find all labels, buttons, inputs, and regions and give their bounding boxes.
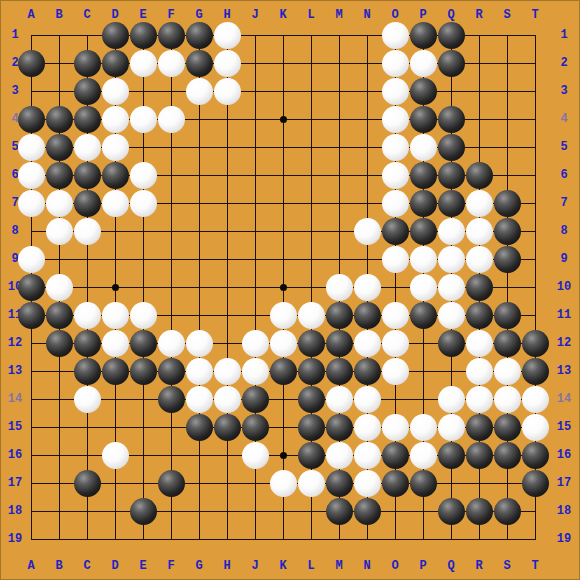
stone-white-L11 xyxy=(298,302,325,329)
stone-white-O4 xyxy=(382,106,409,133)
stone-white-F12 xyxy=(158,330,185,357)
stone-black-F17 xyxy=(158,470,185,497)
stone-black-C17 xyxy=(74,470,101,497)
stone-black-R18 xyxy=(466,498,493,525)
stone-white-H14 xyxy=(214,386,241,413)
stone-white-E4 xyxy=(130,106,157,133)
col-label-bottom-N: N xyxy=(356,559,378,573)
stone-white-R8 xyxy=(466,218,493,245)
stone-black-E12 xyxy=(130,330,157,357)
stone-black-P7 xyxy=(410,190,437,217)
stone-black-O8 xyxy=(382,218,409,245)
stone-black-D6 xyxy=(102,162,129,189)
col-label-bottom-S: S xyxy=(496,559,518,573)
stone-black-D2 xyxy=(102,50,129,77)
stone-black-S15 xyxy=(494,414,521,441)
stone-black-S11 xyxy=(494,302,521,329)
stone-black-Q18 xyxy=(438,498,465,525)
stone-white-A7 xyxy=(18,190,45,217)
col-label-bottom-A: A xyxy=(20,559,42,573)
col-label-top-Q: Q xyxy=(440,8,462,22)
star-point-K16 xyxy=(280,452,287,459)
stone-black-J15 xyxy=(242,414,269,441)
stone-white-O7 xyxy=(382,190,409,217)
stone-black-R15 xyxy=(466,414,493,441)
stone-black-P11 xyxy=(410,302,437,329)
stone-black-D13 xyxy=(102,358,129,385)
stone-white-O13 xyxy=(382,358,409,385)
row-label-right-2: 2 xyxy=(553,56,575,70)
stone-black-L15 xyxy=(298,414,325,441)
row-label-right-11: 11 xyxy=(553,308,575,322)
stone-black-M12 xyxy=(326,330,353,357)
row-label-left-1: 1 xyxy=(4,28,26,42)
stone-black-B4 xyxy=(46,106,73,133)
stone-white-P16 xyxy=(410,442,437,469)
stone-white-M14 xyxy=(326,386,353,413)
stone-white-T14 xyxy=(522,386,549,413)
stone-white-S14 xyxy=(494,386,521,413)
col-label-bottom-P: P xyxy=(412,559,434,573)
stone-white-F2 xyxy=(158,50,185,77)
row-label-right-8: 8 xyxy=(553,224,575,238)
stone-black-M15 xyxy=(326,414,353,441)
row-label-left-15: 15 xyxy=(4,420,26,434)
col-label-top-T: T xyxy=(524,8,546,22)
stone-black-P17 xyxy=(410,470,437,497)
row-label-right-16: 16 xyxy=(553,448,575,462)
stone-white-H1 xyxy=(214,22,241,49)
stone-white-J12 xyxy=(242,330,269,357)
stone-white-G3 xyxy=(186,78,213,105)
stone-black-A10 xyxy=(18,274,45,301)
star-point-K10 xyxy=(280,284,287,291)
stone-white-D7 xyxy=(102,190,129,217)
col-label-bottom-L: L xyxy=(300,559,322,573)
col-label-top-R: R xyxy=(468,8,490,22)
stone-black-Q12 xyxy=(438,330,465,357)
stone-white-Q11 xyxy=(438,302,465,329)
stone-white-N8 xyxy=(354,218,381,245)
stone-black-R11 xyxy=(466,302,493,329)
col-label-top-S: S xyxy=(496,8,518,22)
stone-black-T12 xyxy=(522,330,549,357)
stone-black-C2 xyxy=(74,50,101,77)
col-label-bottom-K: K xyxy=(272,559,294,573)
stone-black-O16 xyxy=(382,442,409,469)
col-label-top-N: N xyxy=(356,8,378,22)
stone-white-D12 xyxy=(102,330,129,357)
col-label-bottom-G: G xyxy=(188,559,210,573)
col-label-bottom-M: M xyxy=(328,559,350,573)
stone-black-C4 xyxy=(74,106,101,133)
stone-black-C12 xyxy=(74,330,101,357)
stone-white-L17 xyxy=(298,470,325,497)
stone-white-P15 xyxy=(410,414,437,441)
stone-black-P8 xyxy=(410,218,437,245)
stone-black-Q2 xyxy=(438,50,465,77)
stone-white-H2 xyxy=(214,50,241,77)
stone-white-J16 xyxy=(242,442,269,469)
stone-black-F14 xyxy=(158,386,185,413)
stone-black-M13 xyxy=(326,358,353,385)
stone-black-N11 xyxy=(354,302,381,329)
stone-white-P2 xyxy=(410,50,437,77)
stone-black-B5 xyxy=(46,134,73,161)
stone-black-S9 xyxy=(494,246,521,273)
col-label-top-G: G xyxy=(188,8,210,22)
stone-white-O15 xyxy=(382,414,409,441)
row-label-right-6: 6 xyxy=(553,168,575,182)
col-label-bottom-R: R xyxy=(468,559,490,573)
stone-white-Q14 xyxy=(438,386,465,413)
col-label-bottom-Q: Q xyxy=(440,559,462,573)
stone-white-A6 xyxy=(18,162,45,189)
row-label-right-14: 14 xyxy=(553,392,575,406)
stone-white-Q8 xyxy=(438,218,465,245)
col-label-top-M: M xyxy=(328,8,350,22)
stone-black-C6 xyxy=(74,162,101,189)
stone-white-E7 xyxy=(130,190,157,217)
col-label-top-K: K xyxy=(272,8,294,22)
stone-black-R6 xyxy=(466,162,493,189)
stone-black-P4 xyxy=(410,106,437,133)
stone-white-C11 xyxy=(74,302,101,329)
stone-white-N12 xyxy=(354,330,381,357)
row-label-left-16: 16 xyxy=(4,448,26,462)
stone-white-P5 xyxy=(410,134,437,161)
row-label-right-15: 15 xyxy=(553,420,575,434)
stone-black-C13 xyxy=(74,358,101,385)
stone-black-T16 xyxy=(522,442,549,469)
col-label-bottom-J: J xyxy=(244,559,266,573)
row-label-left-17: 17 xyxy=(4,476,26,490)
stone-black-D1 xyxy=(102,22,129,49)
stone-black-L14 xyxy=(298,386,325,413)
stone-white-C14 xyxy=(74,386,101,413)
stone-black-T13 xyxy=(522,358,549,385)
stone-black-S16 xyxy=(494,442,521,469)
stone-white-G14 xyxy=(186,386,213,413)
stone-white-Q15 xyxy=(438,414,465,441)
stone-black-G15 xyxy=(186,414,213,441)
stone-white-B8 xyxy=(46,218,73,245)
stone-black-N13 xyxy=(354,358,381,385)
stone-white-O3 xyxy=(382,78,409,105)
stone-white-D16 xyxy=(102,442,129,469)
stone-white-R7 xyxy=(466,190,493,217)
col-label-top-O: O xyxy=(384,8,406,22)
stone-white-O11 xyxy=(382,302,409,329)
stone-white-S13 xyxy=(494,358,521,385)
stone-white-H3 xyxy=(214,78,241,105)
col-label-bottom-C: C xyxy=(76,559,98,573)
row-label-right-12: 12 xyxy=(553,336,575,350)
row-label-right-18: 18 xyxy=(553,504,575,518)
stone-black-J14 xyxy=(242,386,269,413)
stone-black-C7 xyxy=(74,190,101,217)
col-label-bottom-H: H xyxy=(216,559,238,573)
row-label-left-12: 12 xyxy=(4,336,26,350)
stone-white-B7 xyxy=(46,190,73,217)
stone-black-K13 xyxy=(270,358,297,385)
stone-white-H13 xyxy=(214,358,241,385)
stone-black-S18 xyxy=(494,498,521,525)
stone-white-C5 xyxy=(74,134,101,161)
stone-white-N17 xyxy=(354,470,381,497)
stone-black-S12 xyxy=(494,330,521,357)
stone-white-N14 xyxy=(354,386,381,413)
stone-white-G12 xyxy=(186,330,213,357)
stone-black-A2 xyxy=(18,50,45,77)
row-label-left-3: 3 xyxy=(4,84,26,98)
stone-black-Q6 xyxy=(438,162,465,189)
stone-white-D11 xyxy=(102,302,129,329)
stone-white-N10 xyxy=(354,274,381,301)
row-label-right-7: 7 xyxy=(553,196,575,210)
stone-black-S8 xyxy=(494,218,521,245)
stone-black-P3 xyxy=(410,78,437,105)
stone-white-D5 xyxy=(102,134,129,161)
stone-black-C3 xyxy=(74,78,101,105)
stone-white-T15 xyxy=(522,414,549,441)
stone-white-P10 xyxy=(410,274,437,301)
stone-black-S7 xyxy=(494,190,521,217)
col-label-bottom-F: F xyxy=(160,559,182,573)
stone-black-R16 xyxy=(466,442,493,469)
stone-white-O6 xyxy=(382,162,409,189)
stone-white-R13 xyxy=(466,358,493,385)
col-label-bottom-E: E xyxy=(132,559,154,573)
stone-black-H15 xyxy=(214,414,241,441)
stone-white-O12 xyxy=(382,330,409,357)
stone-black-T17 xyxy=(522,470,549,497)
row-label-right-3: 3 xyxy=(553,84,575,98)
stone-white-J13 xyxy=(242,358,269,385)
row-label-right-10: 10 xyxy=(553,280,575,294)
stone-white-R9 xyxy=(466,246,493,273)
stone-white-K12 xyxy=(270,330,297,357)
row-label-left-8: 8 xyxy=(4,224,26,238)
stone-white-Q9 xyxy=(438,246,465,273)
stone-black-Q1 xyxy=(438,22,465,49)
row-label-left-18: 18 xyxy=(4,504,26,518)
stone-white-A9 xyxy=(18,246,45,273)
stone-white-O1 xyxy=(382,22,409,49)
col-label-top-D: D xyxy=(104,8,126,22)
stone-white-B10 xyxy=(46,274,73,301)
stone-white-A5 xyxy=(18,134,45,161)
stone-black-F1 xyxy=(158,22,185,49)
stone-black-G1 xyxy=(186,22,213,49)
stone-white-D3 xyxy=(102,78,129,105)
star-point-K4 xyxy=(280,116,287,123)
stone-white-R12 xyxy=(466,330,493,357)
col-label-top-A: A xyxy=(20,8,42,22)
stone-black-B12 xyxy=(46,330,73,357)
stone-black-L16 xyxy=(298,442,325,469)
stone-white-F4 xyxy=(158,106,185,133)
col-label-top-L: L xyxy=(300,8,322,22)
stone-black-F13 xyxy=(158,358,185,385)
stone-white-K11 xyxy=(270,302,297,329)
col-label-top-J: J xyxy=(244,8,266,22)
stone-white-E2 xyxy=(130,50,157,77)
stone-white-K17 xyxy=(270,470,297,497)
col-label-top-F: F xyxy=(160,8,182,22)
col-label-top-H: H xyxy=(216,8,238,22)
stone-white-Q10 xyxy=(438,274,465,301)
stone-black-M17 xyxy=(326,470,353,497)
stone-white-D4 xyxy=(102,106,129,133)
col-label-top-P: P xyxy=(412,8,434,22)
col-label-top-B: B xyxy=(48,8,70,22)
row-label-right-19: 19 xyxy=(553,532,575,546)
col-label-bottom-B: B xyxy=(48,559,70,573)
row-label-left-13: 13 xyxy=(4,364,26,378)
stone-white-R14 xyxy=(466,386,493,413)
row-label-right-9: 9 xyxy=(553,252,575,266)
stone-black-N18 xyxy=(354,498,381,525)
stone-black-E18 xyxy=(130,498,157,525)
row-label-right-13: 13 xyxy=(553,364,575,378)
stone-black-A11 xyxy=(18,302,45,329)
stone-black-O17 xyxy=(382,470,409,497)
row-label-right-1: 1 xyxy=(553,28,575,42)
stone-black-L12 xyxy=(298,330,325,357)
row-label-right-4: 4 xyxy=(553,112,575,126)
col-label-bottom-T: T xyxy=(524,559,546,573)
stone-black-Q7 xyxy=(438,190,465,217)
stone-black-E13 xyxy=(130,358,157,385)
stone-white-O2 xyxy=(382,50,409,77)
col-label-bottom-O: O xyxy=(384,559,406,573)
stone-black-B11 xyxy=(46,302,73,329)
col-label-top-C: C xyxy=(76,8,98,22)
stone-black-M18 xyxy=(326,498,353,525)
stone-black-Q4 xyxy=(438,106,465,133)
stone-black-P6 xyxy=(410,162,437,189)
stone-black-G2 xyxy=(186,50,213,77)
stone-black-L13 xyxy=(298,358,325,385)
stone-white-M10 xyxy=(326,274,353,301)
stone-white-C8 xyxy=(74,218,101,245)
stone-white-N16 xyxy=(354,442,381,469)
stone-white-O9 xyxy=(382,246,409,273)
stone-black-B6 xyxy=(46,162,73,189)
go-board: AABBCCDDEEFFGGHHJJKKLLMMNNOOPPQQRRSSTT11… xyxy=(0,0,580,580)
stone-black-Q16 xyxy=(438,442,465,469)
stone-white-E11 xyxy=(130,302,157,329)
col-label-bottom-D: D xyxy=(104,559,126,573)
row-label-right-5: 5 xyxy=(553,140,575,154)
stone-white-P9 xyxy=(410,246,437,273)
row-label-right-17: 17 xyxy=(553,476,575,490)
stone-black-E1 xyxy=(130,22,157,49)
stone-black-M11 xyxy=(326,302,353,329)
stone-black-P1 xyxy=(410,22,437,49)
stone-white-E6 xyxy=(130,162,157,189)
stone-white-G13 xyxy=(186,358,213,385)
stone-black-R10 xyxy=(466,274,493,301)
col-label-top-E: E xyxy=(132,8,154,22)
stone-white-N15 xyxy=(354,414,381,441)
stone-black-Q5 xyxy=(438,134,465,161)
star-point-D10 xyxy=(112,284,119,291)
row-label-left-14: 14 xyxy=(4,392,26,406)
row-label-left-19: 19 xyxy=(4,532,26,546)
stone-white-O5 xyxy=(382,134,409,161)
stone-white-M16 xyxy=(326,442,353,469)
stone-black-A4 xyxy=(18,106,45,133)
